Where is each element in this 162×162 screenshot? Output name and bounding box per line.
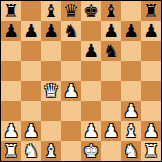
square-h4[interactable] xyxy=(141,81,161,101)
square-a2[interactable]: ♟ xyxy=(1,121,21,141)
piece-white-queen[interactable]: ♛ xyxy=(43,81,59,101)
square-a3[interactable] xyxy=(1,101,21,121)
square-g4[interactable] xyxy=(121,81,141,101)
square-g5[interactable] xyxy=(121,61,141,81)
square-g3[interactable]: ♟ xyxy=(121,101,141,121)
square-d2[interactable] xyxy=(61,121,81,141)
square-b8[interactable] xyxy=(21,1,41,21)
square-d7[interactable]: ♞ xyxy=(61,21,81,41)
square-b6[interactable] xyxy=(21,41,41,61)
piece-black-pawn[interactable]: ♟ xyxy=(123,21,139,41)
square-g6[interactable] xyxy=(121,41,141,61)
piece-black-rook[interactable]: ♜ xyxy=(143,1,159,21)
square-f2[interactable]: ♟ xyxy=(101,121,121,141)
piece-white-pawn[interactable]: ♟ xyxy=(3,121,19,141)
square-e7[interactable] xyxy=(81,21,101,41)
square-b4[interactable] xyxy=(21,81,41,101)
square-e3[interactable] xyxy=(81,101,101,121)
square-b2[interactable]: ♟ xyxy=(21,121,41,141)
square-a8[interactable]: ♜ xyxy=(1,1,21,21)
square-f5[interactable] xyxy=(101,61,121,81)
square-f6[interactable]: ♞ xyxy=(101,41,121,61)
piece-black-bishop[interactable]: ♝ xyxy=(103,1,119,21)
square-h8[interactable]: ♜ xyxy=(141,1,161,21)
square-f7[interactable]: ♟ xyxy=(101,21,121,41)
square-e4[interactable] xyxy=(81,81,101,101)
square-b1[interactable]: ♞ xyxy=(21,141,41,161)
piece-white-knight[interactable]: ♞ xyxy=(23,141,39,161)
square-a5[interactable] xyxy=(1,61,21,81)
square-h2[interactable]: ♟ xyxy=(141,121,161,141)
square-c5[interactable] xyxy=(41,61,61,81)
square-f4[interactable] xyxy=(101,81,121,101)
piece-white-pawn[interactable]: ♟ xyxy=(83,121,99,141)
square-b3[interactable] xyxy=(21,101,41,121)
piece-black-queen[interactable]: ♛ xyxy=(63,1,79,21)
square-d8[interactable]: ♛ xyxy=(61,1,81,21)
square-h1[interactable]: ♜ xyxy=(141,141,161,161)
piece-black-bishop[interactable]: ♝ xyxy=(43,1,59,21)
square-d1[interactable] xyxy=(61,141,81,161)
square-b7[interactable]: ♟ xyxy=(21,21,41,41)
piece-white-pawn[interactable]: ♟ xyxy=(123,101,139,121)
square-a4[interactable] xyxy=(1,81,21,101)
piece-white-pawn[interactable]: ♟ xyxy=(63,81,79,101)
square-c8[interactable]: ♝ xyxy=(41,1,61,21)
piece-black-pawn[interactable]: ♟ xyxy=(103,21,119,41)
piece-black-pawn[interactable]: ♟ xyxy=(43,21,59,41)
square-e8[interactable]: ♚ xyxy=(81,1,101,21)
piece-white-bishop[interactable]: ♝ xyxy=(123,121,139,141)
square-d3[interactable] xyxy=(61,101,81,121)
square-h3[interactable] xyxy=(141,101,161,121)
square-c6[interactable] xyxy=(41,41,61,61)
square-g2[interactable]: ♝ xyxy=(121,121,141,141)
chess-board: ♜♝♛♚♝♜♟♟♟♞♟♟♟♟♞♛♟♟♟♟♟♟♝♟♜♞♝♚♞♜ xyxy=(0,0,162,162)
square-a6[interactable] xyxy=(1,41,21,61)
piece-black-pawn[interactable]: ♟ xyxy=(143,21,159,41)
square-a1[interactable]: ♜ xyxy=(1,141,21,161)
piece-white-pawn[interactable]: ♟ xyxy=(23,121,39,141)
square-c7[interactable]: ♟ xyxy=(41,21,61,41)
square-c3[interactable] xyxy=(41,101,61,121)
piece-white-pawn[interactable]: ♟ xyxy=(103,121,119,141)
piece-black-knight[interactable]: ♞ xyxy=(63,21,79,41)
piece-black-knight[interactable]: ♞ xyxy=(103,41,119,61)
piece-white-rook[interactable]: ♜ xyxy=(143,141,159,161)
square-g7[interactable]: ♟ xyxy=(121,21,141,41)
piece-black-king[interactable]: ♚ xyxy=(83,1,99,21)
piece-black-pawn[interactable]: ♟ xyxy=(23,21,39,41)
square-f8[interactable]: ♝ xyxy=(101,1,121,21)
square-f3[interactable] xyxy=(101,101,121,121)
square-a7[interactable]: ♟ xyxy=(1,21,21,41)
square-e6[interactable]: ♟ xyxy=(81,41,101,61)
square-c2[interactable] xyxy=(41,121,61,141)
piece-white-bishop[interactable]: ♝ xyxy=(43,141,59,161)
square-g1[interactable]: ♞ xyxy=(121,141,141,161)
square-d4[interactable]: ♟ xyxy=(61,81,81,101)
piece-black-pawn[interactable]: ♟ xyxy=(3,21,19,41)
square-d5[interactable] xyxy=(61,61,81,81)
piece-white-rook[interactable]: ♜ xyxy=(3,141,19,161)
square-c1[interactable]: ♝ xyxy=(41,141,61,161)
square-d6[interactable] xyxy=(61,41,81,61)
square-f1[interactable] xyxy=(101,141,121,161)
piece-white-knight[interactable]: ♞ xyxy=(123,141,139,161)
piece-white-king[interactable]: ♚ xyxy=(83,141,99,161)
square-e2[interactable]: ♟ xyxy=(81,121,101,141)
piece-black-pawn[interactable]: ♟ xyxy=(83,41,99,61)
square-e1[interactable]: ♚ xyxy=(81,141,101,161)
square-g8[interactable] xyxy=(121,1,141,21)
square-h7[interactable]: ♟ xyxy=(141,21,161,41)
square-b5[interactable] xyxy=(21,61,41,81)
piece-white-pawn[interactable]: ♟ xyxy=(143,121,159,141)
square-h6[interactable] xyxy=(141,41,161,61)
square-h5[interactable] xyxy=(141,61,161,81)
piece-black-rook[interactable]: ♜ xyxy=(3,1,19,21)
square-c4[interactable]: ♛ xyxy=(41,81,61,101)
square-e5[interactable] xyxy=(81,61,101,81)
